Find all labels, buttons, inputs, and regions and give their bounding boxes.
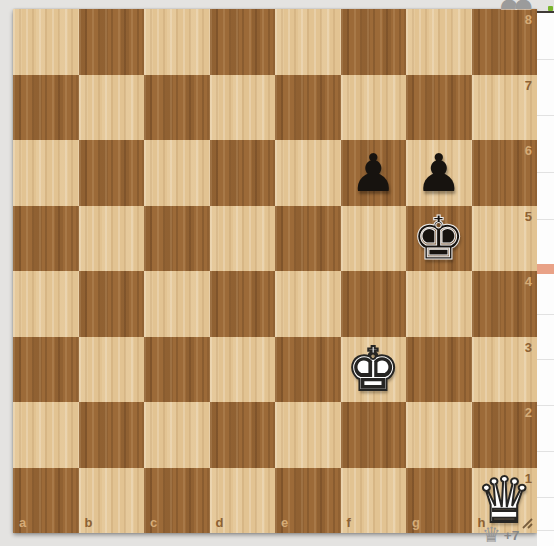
square-d7[interactable] bbox=[210, 75, 276, 141]
square-a8[interactable] bbox=[13, 9, 79, 75]
move-row-divider bbox=[537, 497, 554, 498]
square-b1[interactable]: b bbox=[79, 468, 145, 534]
square-f5[interactable] bbox=[341, 206, 407, 272]
square-b7[interactable] bbox=[79, 75, 145, 141]
square-a1[interactable]: a bbox=[13, 468, 79, 534]
square-e1[interactable]: e bbox=[275, 468, 341, 534]
black-king[interactable]: ♚ bbox=[406, 206, 472, 272]
rank-label-5: 5 bbox=[525, 210, 532, 223]
black-captured-pieces-tray: ♟♟ bbox=[497, 0, 535, 13]
square-h6[interactable]: 6 bbox=[472, 140, 538, 206]
square-b5[interactable] bbox=[79, 206, 145, 272]
square-c8[interactable] bbox=[144, 9, 210, 75]
move-list-panel-edge[interactable] bbox=[537, 11, 554, 546]
rank-label-6: 6 bbox=[525, 144, 532, 157]
rank-label-3: 3 bbox=[525, 341, 532, 354]
square-h2[interactable]: 2 bbox=[472, 402, 538, 468]
square-d5[interactable] bbox=[210, 206, 276, 272]
square-h7[interactable]: 7 bbox=[472, 75, 538, 141]
file-label-d: d bbox=[216, 516, 224, 529]
square-d4[interactable] bbox=[210, 271, 276, 337]
file-label-f: f bbox=[347, 516, 351, 529]
file-label-g: g bbox=[412, 516, 420, 529]
square-e3[interactable] bbox=[275, 337, 341, 403]
move-row-divider bbox=[537, 219, 554, 220]
square-g4[interactable] bbox=[406, 271, 472, 337]
square-g2[interactable] bbox=[406, 402, 472, 468]
square-g1[interactable]: g bbox=[406, 468, 472, 534]
square-h4[interactable]: 4 bbox=[472, 271, 538, 337]
square-b4[interactable] bbox=[79, 271, 145, 337]
square-b8[interactable] bbox=[79, 9, 145, 75]
square-b6[interactable] bbox=[79, 140, 145, 206]
square-e7[interactable] bbox=[275, 75, 341, 141]
square-c3[interactable] bbox=[144, 337, 210, 403]
move-row-divider bbox=[537, 451, 554, 452]
square-a3[interactable] bbox=[13, 337, 79, 403]
captured-pawn-icon: ♟ bbox=[511, 0, 535, 13]
square-d1[interactable]: d bbox=[210, 468, 276, 534]
move-row-divider bbox=[537, 115, 554, 116]
square-d2[interactable] bbox=[210, 402, 276, 468]
square-h5[interactable]: 5 bbox=[472, 206, 538, 272]
square-f4[interactable] bbox=[341, 271, 407, 337]
square-c6[interactable] bbox=[144, 140, 210, 206]
black-pawn[interactable]: ♟ bbox=[341, 140, 407, 206]
square-a6[interactable] bbox=[13, 140, 79, 206]
square-f2[interactable] bbox=[341, 402, 407, 468]
move-row-divider bbox=[537, 405, 554, 406]
square-a5[interactable] bbox=[13, 206, 79, 272]
current-move-highlight[interactable] bbox=[537, 264, 554, 274]
square-h3[interactable]: 3 bbox=[472, 337, 538, 403]
rank-label-7: 7 bbox=[525, 79, 532, 92]
resize-handle-icon bbox=[519, 515, 535, 531]
square-b2[interactable] bbox=[79, 402, 145, 468]
square-h8[interactable]: 8 bbox=[472, 9, 538, 75]
square-e8[interactable] bbox=[275, 9, 341, 75]
square-c5[interactable] bbox=[144, 206, 210, 272]
square-a2[interactable] bbox=[13, 402, 79, 468]
square-d6[interactable] bbox=[210, 140, 276, 206]
white-king[interactable]: ♚ bbox=[341, 337, 407, 403]
move-row-divider bbox=[537, 59, 554, 60]
square-e5[interactable] bbox=[275, 206, 341, 272]
move-row-divider bbox=[537, 172, 554, 173]
square-a7[interactable] bbox=[13, 75, 79, 141]
rank-label-4: 4 bbox=[525, 275, 532, 288]
square-f1[interactable]: f bbox=[341, 468, 407, 534]
black-pawn[interactable]: ♟ bbox=[406, 140, 472, 206]
chess-app-window: { "game": "chess", "board": { "file_labe… bbox=[0, 0, 554, 546]
square-g3[interactable] bbox=[406, 337, 472, 403]
file-label-b: b bbox=[85, 516, 93, 529]
move-row-divider bbox=[537, 359, 554, 360]
square-f7[interactable] bbox=[341, 75, 407, 141]
rank-label-2: 2 bbox=[525, 406, 532, 419]
square-e6[interactable] bbox=[275, 140, 341, 206]
square-g7[interactable] bbox=[406, 75, 472, 141]
move-row-divider bbox=[537, 314, 554, 315]
status-dot-icon bbox=[548, 6, 553, 11]
square-e2[interactable] bbox=[275, 402, 341, 468]
square-g8[interactable] bbox=[406, 9, 472, 75]
square-c4[interactable] bbox=[144, 271, 210, 337]
square-d3[interactable] bbox=[210, 337, 276, 403]
square-d8[interactable] bbox=[210, 9, 276, 75]
square-b3[interactable] bbox=[79, 337, 145, 403]
square-a4[interactable] bbox=[13, 271, 79, 337]
square-c7[interactable] bbox=[144, 75, 210, 141]
move-row-divider bbox=[537, 530, 554, 531]
file-label-a: a bbox=[19, 516, 26, 529]
square-c2[interactable] bbox=[144, 402, 210, 468]
file-label-c: c bbox=[150, 516, 157, 529]
square-f8[interactable] bbox=[341, 9, 407, 75]
file-label-e: e bbox=[281, 516, 288, 529]
square-c1[interactable]: c bbox=[144, 468, 210, 534]
square-e4[interactable] bbox=[275, 271, 341, 337]
chess-board[interactable]: 8765432abcdefg1h♟♟♚♚♛ bbox=[13, 9, 537, 533]
board-resize-handle[interactable] bbox=[519, 515, 535, 531]
